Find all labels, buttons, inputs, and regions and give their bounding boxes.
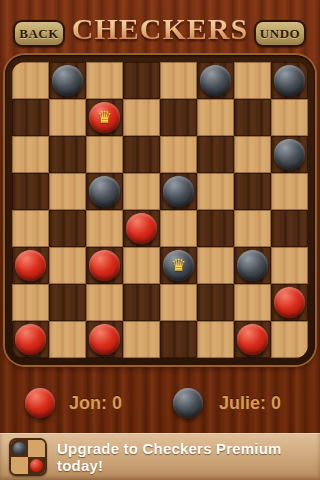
king-crown-icon: ♛ [97, 109, 112, 126]
square-r2c5[interactable] [197, 136, 234, 173]
square-r2c4 [160, 136, 197, 173]
square-r6c1[interactable] [49, 284, 86, 321]
square-r6c6 [234, 284, 271, 321]
julie-score-label: Julie: 0 [219, 388, 281, 418]
icon-square-tan [11, 457, 28, 474]
square-r5c6[interactable] [234, 247, 271, 284]
square-r0c4 [160, 62, 197, 99]
square-r4c4 [160, 210, 197, 247]
black-man[interactable] [52, 65, 83, 96]
red-man[interactable] [15, 250, 46, 281]
black-man[interactable] [274, 139, 305, 170]
jon-piece-icon [25, 388, 55, 418]
black-man[interactable] [163, 176, 194, 207]
square-r5c0[interactable] [12, 247, 49, 284]
square-r5c5 [197, 247, 234, 284]
king-crown-icon: ♛ [171, 257, 186, 274]
square-r7c4[interactable] [160, 321, 197, 358]
square-r2c1[interactable] [49, 136, 86, 173]
black-man[interactable] [274, 65, 305, 96]
square-r1c4[interactable] [160, 99, 197, 136]
square-r1c7 [271, 99, 308, 136]
square-r2c6 [234, 136, 271, 173]
checkers-app: { "game": "checkers", "app": { "title": … [0, 0, 320, 480]
square-r5c4[interactable]: ♛ [160, 247, 197, 284]
square-r7c6[interactable] [234, 321, 271, 358]
square-r1c6[interactable] [234, 99, 271, 136]
square-r0c7[interactable] [271, 62, 308, 99]
square-r0c0 [12, 62, 49, 99]
red-man[interactable] [89, 250, 120, 281]
square-r7c2[interactable] [86, 321, 123, 358]
checkers-board: ♛♛ [12, 62, 308, 358]
black-man[interactable] [200, 65, 231, 96]
black-man[interactable] [89, 176, 120, 207]
red-man[interactable] [126, 213, 157, 244]
square-r0c1[interactable] [49, 62, 86, 99]
square-r3c1 [49, 173, 86, 210]
square-r7c0[interactable] [12, 321, 49, 358]
square-r4c1[interactable] [49, 210, 86, 247]
undo-button[interactable]: UNDO [254, 20, 306, 47]
red-man[interactable] [274, 287, 305, 318]
icon-square-dark [11, 440, 28, 457]
square-r3c2[interactable] [86, 173, 123, 210]
square-r1c3 [123, 99, 160, 136]
square-r0c6 [234, 62, 271, 99]
square-r0c3[interactable] [123, 62, 160, 99]
julie-piece-icon [173, 388, 203, 418]
square-r3c7 [271, 173, 308, 210]
square-r3c6[interactable] [234, 173, 271, 210]
black-man[interactable] [237, 250, 268, 281]
square-r6c2 [86, 284, 123, 321]
jon-score-label: Jon: 0 [69, 388, 122, 418]
square-r6c5[interactable] [197, 284, 234, 321]
icon-square-dark [28, 457, 45, 474]
square-r6c3[interactable] [123, 284, 160, 321]
square-r3c3 [123, 173, 160, 210]
red-man[interactable] [237, 324, 268, 355]
square-r4c5[interactable] [197, 210, 234, 247]
square-r7c3 [123, 321, 160, 358]
square-r7c1 [49, 321, 86, 358]
icon-square-tan [28, 440, 45, 457]
square-r0c2 [86, 62, 123, 99]
square-r4c7[interactable] [271, 210, 308, 247]
square-r1c5 [197, 99, 234, 136]
square-r7c7 [271, 321, 308, 358]
square-r1c2[interactable]: ♛ [86, 99, 123, 136]
square-r7c5 [197, 321, 234, 358]
square-r6c0 [12, 284, 49, 321]
checkers-app-icon [9, 438, 47, 476]
ad-banner[interactable]: Upgrade to Checkers Premium today! [0, 433, 320, 480]
square-r0c5[interactable] [197, 62, 234, 99]
square-r5c3 [123, 247, 160, 284]
square-r2c3[interactable] [123, 136, 160, 173]
red-king[interactable]: ♛ [89, 102, 120, 133]
square-r6c4 [160, 284, 197, 321]
square-r6c7[interactable] [271, 284, 308, 321]
square-r2c2 [86, 136, 123, 173]
red-man[interactable] [15, 324, 46, 355]
square-r5c7 [271, 247, 308, 284]
ad-text: Upgrade to Checkers Premium today! [57, 440, 320, 474]
square-r5c2[interactable] [86, 247, 123, 284]
square-r4c3[interactable] [123, 210, 160, 247]
square-r5c1 [49, 247, 86, 284]
square-r4c0 [12, 210, 49, 247]
square-r4c2 [86, 210, 123, 247]
square-r3c4[interactable] [160, 173, 197, 210]
square-r1c1 [49, 99, 86, 136]
square-r3c5 [197, 173, 234, 210]
square-r2c0 [12, 136, 49, 173]
board-frame: ♛♛ [5, 55, 315, 365]
icon-red-piece [30, 459, 43, 472]
square-r1c0[interactable] [12, 99, 49, 136]
square-r4c6 [234, 210, 271, 247]
square-r3c0[interactable] [12, 173, 49, 210]
square-r2c7[interactable] [271, 136, 308, 173]
red-man[interactable] [89, 324, 120, 355]
icon-black-piece [13, 442, 26, 455]
black-king[interactable]: ♛ [163, 250, 194, 281]
